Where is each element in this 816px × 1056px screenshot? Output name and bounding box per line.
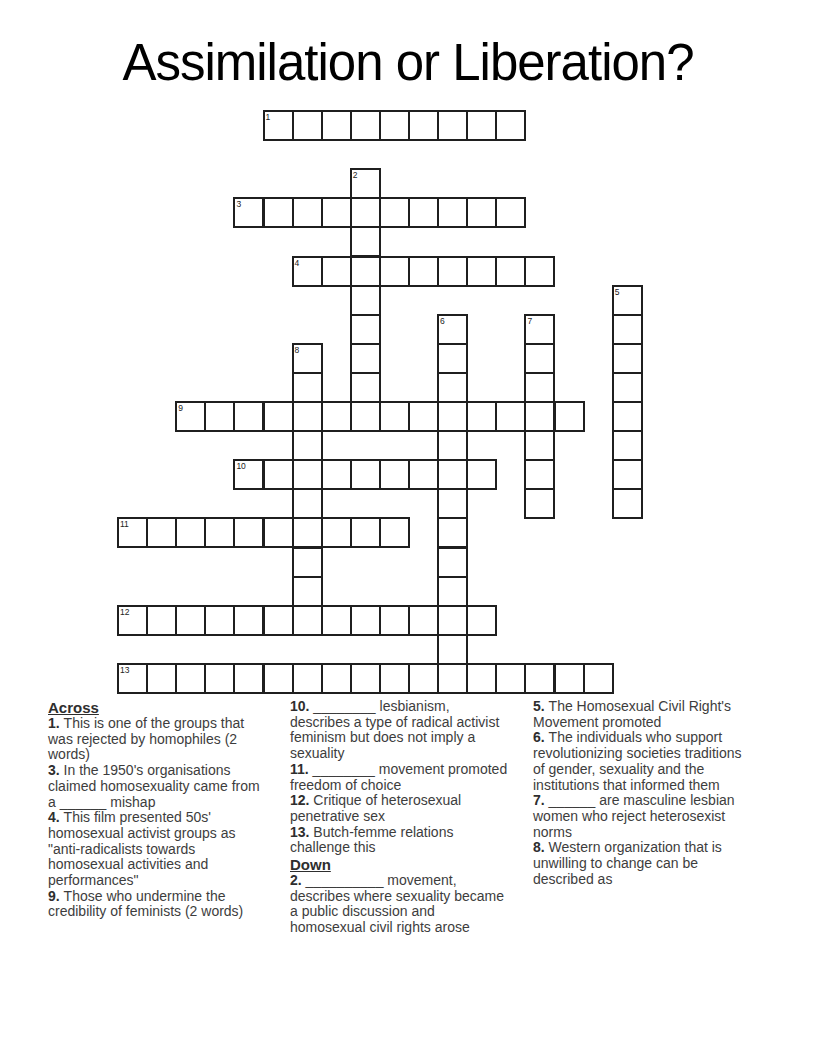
grid-cell[interactable] [350, 401, 381, 432]
clue-item: 12. Critique of heterosexual penetrative… [290, 793, 510, 824]
grid-cell[interactable] [466, 256, 497, 287]
clue-number: 5 [615, 287, 620, 297]
grid-cell[interactable] [524, 488, 555, 519]
grid-cell[interactable] [466, 459, 497, 490]
grid-cell[interactable] [524, 401, 555, 432]
grid-cell[interactable] [524, 372, 555, 403]
grid-cell[interactable] [379, 256, 410, 287]
clue-item: 4. This film presented 50s' homosexual a… [48, 810, 268, 889]
clue-num-label: 8. [533, 839, 549, 855]
grid-cell[interactable] [292, 372, 323, 403]
grid-cell[interactable] [437, 343, 468, 374]
grid-cell[interactable] [612, 343, 643, 374]
grid-cell[interactable] [321, 663, 352, 694]
grid-cell[interactable] [292, 547, 323, 578]
grid-cell[interactable] [379, 401, 410, 432]
grid-cell[interactable] [495, 256, 526, 287]
grid-cell[interactable] [524, 256, 555, 287]
grid-cell[interactable] [350, 605, 381, 636]
grid-cell[interactable]: 4 [292, 256, 323, 287]
grid-cell[interactable] [292, 197, 323, 228]
grid-cell[interactable] [350, 197, 381, 228]
clue-item: 9. Those who undermine the credibility o… [48, 889, 268, 920]
clue-column-3: 5. The Homosexual Civil Right's Movement… [533, 699, 753, 887]
grid-cell[interactable] [437, 372, 468, 403]
clue-num-label: 7. [533, 792, 549, 808]
grid-cell[interactable]: 11 [117, 517, 148, 548]
grid-cell[interactable] [350, 256, 381, 287]
grid-cell[interactable] [408, 110, 439, 141]
clue-item: 1. This is one of the groups that was re… [48, 716, 268, 763]
grid-cell[interactable] [612, 372, 643, 403]
grid-cell[interactable] [437, 197, 468, 228]
grid-cell[interactable] [408, 459, 439, 490]
clue-num-label: 10. [290, 698, 313, 714]
grid-cell[interactable] [146, 605, 177, 636]
grid-cell[interactable] [292, 663, 323, 694]
grid-cell[interactable] [612, 459, 643, 490]
clue-item: 13. Butch-femme relations challenge this [290, 825, 510, 856]
grid-cell[interactable] [292, 459, 323, 490]
grid-cell[interactable] [408, 401, 439, 432]
clue-item: 8. Western organization that is unwillin… [533, 840, 753, 887]
clue-item: 6. The individuals who support revolutio… [533, 730, 753, 793]
grid-cell[interactable]: 12 [117, 605, 148, 636]
clue-number: 13 [120, 665, 129, 675]
grid-cell[interactable]: 1 [263, 110, 294, 141]
grid-cell[interactable] [350, 285, 381, 316]
clue-item: 11. ________ movement promoted freedom o… [290, 762, 510, 793]
clue-number: 8 [295, 345, 300, 355]
grid-cell[interactable] [554, 663, 585, 694]
grid-cell[interactable]: 6 [437, 314, 468, 345]
grid-cell[interactable] [379, 517, 410, 548]
clue-number: 10 [236, 461, 245, 471]
clue-item: 7. ______ are masculine lesbian women wh… [533, 793, 753, 840]
grid-cell[interactable] [321, 197, 352, 228]
grid-cell[interactable] [204, 401, 235, 432]
clue-number: 9 [178, 403, 183, 413]
clue-number: 3 [236, 199, 241, 209]
clue-num-label: 5. [533, 698, 549, 714]
grid-cell[interactable] [263, 517, 294, 548]
grid-cell[interactable] [437, 605, 468, 636]
clue-num-label: 3. [48, 762, 64, 778]
grid-cell[interactable] [292, 110, 323, 141]
grid-cell[interactable] [263, 401, 294, 432]
grid-cell[interactable] [612, 488, 643, 519]
clue-number: 2 [353, 170, 358, 180]
clue-column-2: 10. ________ lesbianism, describes a typ… [290, 699, 510, 936]
grid-cell[interactable] [233, 401, 264, 432]
grid-cell[interactable]: 13 [117, 663, 148, 694]
grid-cell[interactable] [524, 459, 555, 490]
grid-cell[interactable] [437, 517, 468, 548]
grid-cell[interactable] [437, 401, 468, 432]
grid-cell[interactable] [612, 430, 643, 461]
grid-cell[interactable] [350, 343, 381, 374]
grid-cell[interactable] [495, 197, 526, 228]
clue-number: 11 [120, 519, 129, 529]
clue-item: 3. In the 1950's organisations claimed h… [48, 763, 268, 810]
grid-cell[interactable] [524, 343, 555, 374]
clue-num-label: 11. [290, 761, 313, 777]
clue-num-label: 1. [48, 715, 64, 731]
grid-cell[interactable] [292, 488, 323, 519]
grid-cell[interactable]: 10 [233, 459, 264, 490]
grid-cell[interactable] [466, 110, 497, 141]
grid-cell[interactable] [263, 197, 294, 228]
grid-cell[interactable] [466, 605, 497, 636]
clue-num-label: 4. [48, 809, 64, 825]
grid-cell[interactable] [350, 459, 381, 490]
grid-cell[interactable] [524, 663, 555, 694]
grid-cell[interactable] [437, 576, 468, 607]
grid-cell[interactable] [466, 401, 497, 432]
grid-cell[interactable] [292, 430, 323, 461]
grid-cell[interactable] [321, 517, 352, 548]
grid-cell[interactable]: 7 [524, 314, 555, 345]
grid-cell[interactable] [175, 663, 206, 694]
grid-cell[interactable] [350, 372, 381, 403]
clue-number: 7 [527, 316, 532, 326]
grid-cell[interactable] [263, 459, 294, 490]
grid-cell[interactable]: 3 [233, 197, 264, 228]
grid-cell[interactable] [583, 663, 614, 694]
grid-cell[interactable] [292, 576, 323, 607]
grid-cell[interactable] [466, 197, 497, 228]
grid-cell[interactable] [612, 314, 643, 345]
grid-cell[interactable] [321, 110, 352, 141]
grid-cell[interactable] [437, 488, 468, 519]
grid-cell[interactable]: 5 [612, 285, 643, 316]
grid-cell[interactable] [495, 401, 526, 432]
grid-cell[interactable] [350, 110, 381, 141]
grid-cell[interactable] [379, 110, 410, 141]
grid-cell[interactable] [408, 197, 439, 228]
clue-item: 5. The Homosexual Civil Right's Movement… [533, 699, 753, 730]
clue-number: 12 [120, 607, 129, 617]
grid-cell[interactable] [263, 663, 294, 694]
grid-cell[interactable] [292, 517, 323, 548]
grid-cell[interactable] [233, 605, 264, 636]
grid-cell[interactable]: 8 [292, 343, 323, 374]
grid-cell[interactable] [495, 110, 526, 141]
grid-cell[interactable] [350, 226, 381, 257]
grid-cell[interactable] [437, 110, 468, 141]
grid-cell[interactable] [204, 663, 235, 694]
grid-cell[interactable] [292, 605, 323, 636]
clue-item: 10. ________ lesbianism, describes a typ… [290, 699, 510, 762]
down-header: Down [290, 856, 510, 873]
grid-cell[interactable] [146, 517, 177, 548]
grid-cell[interactable] [263, 605, 294, 636]
grid-cell[interactable] [350, 314, 381, 345]
grid-cell[interactable] [321, 256, 352, 287]
grid-cell[interactable] [204, 517, 235, 548]
grid-cell[interactable] [495, 663, 526, 694]
grid-cell[interactable] [321, 605, 352, 636]
grid-cell[interactable] [408, 256, 439, 287]
clue-num-label: 6. [533, 729, 549, 745]
grid-cell[interactable] [321, 401, 352, 432]
grid-cell[interactable] [408, 663, 439, 694]
clue-num-label: 12. [290, 792, 313, 808]
grid-cell[interactable] [466, 663, 497, 694]
grid-cell[interactable] [437, 430, 468, 461]
grid-cell[interactable] [379, 605, 410, 636]
grid-cell[interactable] [437, 256, 468, 287]
clue-num-label: 9. [48, 888, 64, 904]
clue-num-label: 13. [290, 824, 313, 840]
crossword-grid: 12345678910111213 [117, 110, 641, 692]
grid-cell[interactable] [379, 663, 410, 694]
clue-number: 6 [440, 316, 445, 326]
grid-cell[interactable] [350, 663, 381, 694]
grid-cell[interactable] [554, 401, 585, 432]
grid-cell[interactable] [437, 459, 468, 490]
grid-cell[interactable] [292, 401, 323, 432]
puzzle-title: Assimilation or Liberation? [0, 33, 816, 92]
grid-cell[interactable] [321, 459, 352, 490]
across-header: Across [48, 699, 268, 716]
grid-cell[interactable] [408, 605, 439, 636]
clue-column-1: Across1. This is one of the groups that … [48, 699, 268, 920]
grid-cell[interactable] [350, 517, 381, 548]
clue-number: 1 [266, 112, 271, 122]
grid-cell[interactable] [379, 197, 410, 228]
grid-cell[interactable] [146, 663, 177, 694]
grid-cell[interactable] [524, 430, 555, 461]
grid-cell[interactable] [233, 663, 264, 694]
grid-cell[interactable]: 9 [175, 401, 206, 432]
grid-cell[interactable]: 2 [350, 168, 381, 199]
grid-cell[interactable] [437, 547, 468, 578]
clue-item: 2. __________ movement, describes where … [290, 873, 510, 936]
grid-cell[interactable] [233, 517, 264, 548]
grid-cell[interactable] [437, 634, 468, 665]
grid-cell[interactable] [175, 605, 206, 636]
grid-cell[interactable] [175, 517, 206, 548]
clue-num-label: 2. [290, 872, 306, 888]
grid-cell[interactable] [379, 459, 410, 490]
crossword-page: { "game": "crossword", "title": "Assimil… [0, 0, 816, 1056]
grid-cell[interactable] [204, 605, 235, 636]
clue-number: 4 [295, 258, 300, 268]
grid-cell[interactable] [612, 401, 643, 432]
grid-cell[interactable] [437, 663, 468, 694]
